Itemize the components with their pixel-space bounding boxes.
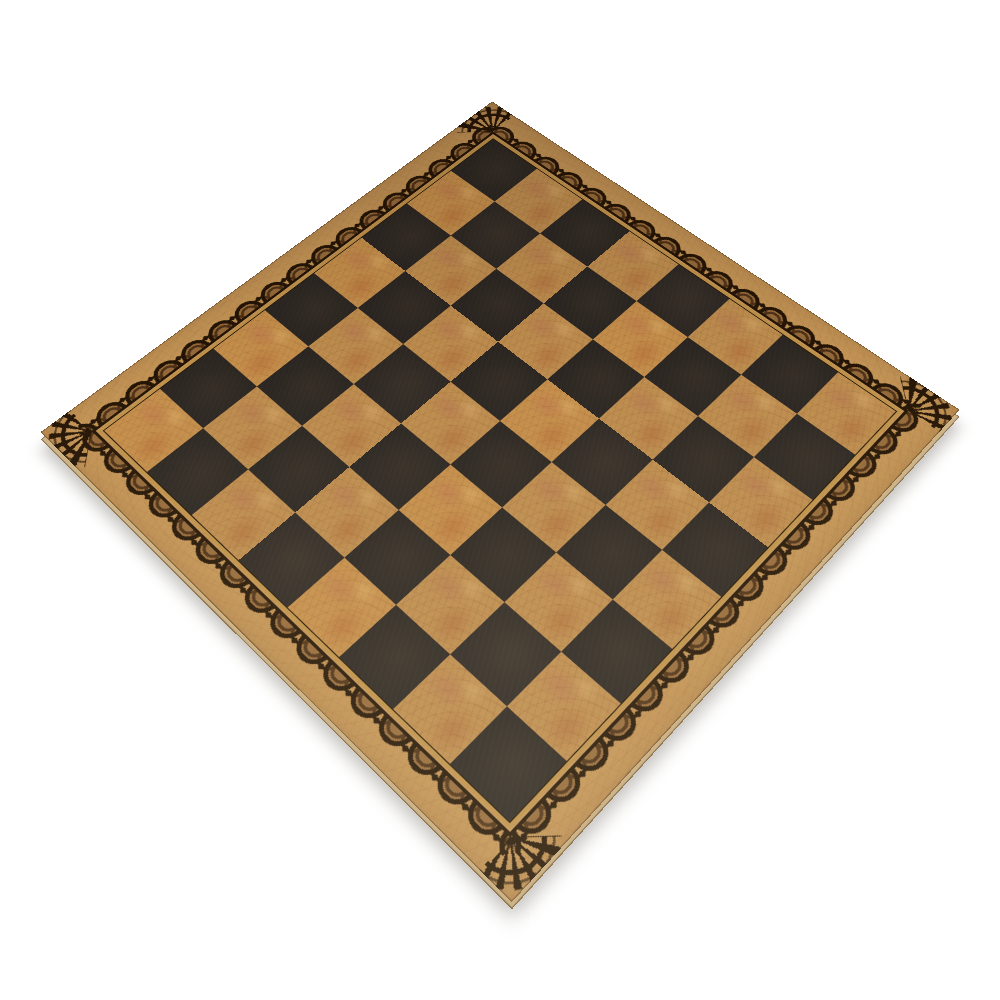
- photo-background: [0, 0, 1000, 1000]
- board-squares-grid: [103, 138, 898, 823]
- board-3d-wrapper: [0, 0, 1000, 1000]
- chess-board: [41, 101, 960, 902]
